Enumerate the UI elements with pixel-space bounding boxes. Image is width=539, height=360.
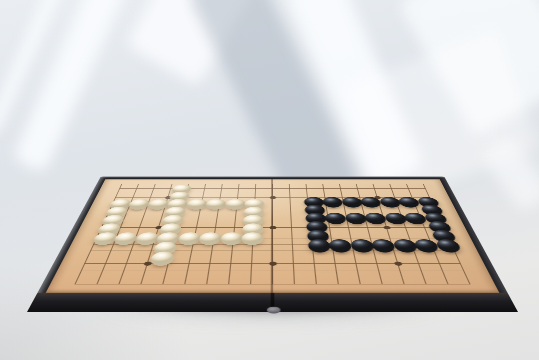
black-stone: [322, 197, 343, 207]
star-point: [382, 226, 390, 229]
board-frame: [27, 176, 518, 312]
star-point: [393, 261, 402, 265]
black-stone: [307, 239, 331, 252]
fold-seam: [271, 179, 273, 292]
board-front-face: [27, 293, 518, 313]
hinge-knob: [266, 307, 280, 314]
go-board: [27, 176, 518, 312]
photo-stage: [0, 0, 539, 360]
board-surface: [46, 179, 499, 292]
